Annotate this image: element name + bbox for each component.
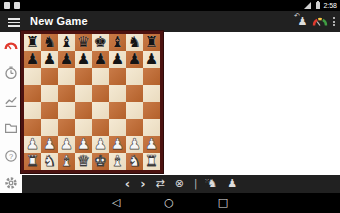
square-b3[interactable] [41, 119, 58, 136]
notification-icon [4, 2, 10, 9]
sidebar: ? [0, 32, 22, 193]
square-h4[interactable] [143, 102, 160, 119]
square-h2[interactable]: ♟ [143, 136, 160, 153]
square-e2[interactable]: ♟ [92, 136, 109, 153]
square-a8[interactable]: ♜ [24, 34, 41, 51]
black-k-piece: ♚ [94, 34, 107, 51]
battery-icon [316, 2, 320, 9]
white-b-piece: ♝ [111, 153, 124, 170]
next-move-icon[interactable]: › [140, 176, 145, 192]
black-r-piece: ♜ [145, 34, 158, 51]
black-n-piece: ♞ [43, 34, 56, 51]
square-b8[interactable]: ♞ [41, 34, 58, 51]
square-e4[interactable] [92, 102, 109, 119]
square-f2[interactable]: ♟ [109, 136, 126, 153]
square-h6[interactable] [143, 68, 160, 85]
square-e7[interactable]: ♟ [92, 51, 109, 68]
square-f5[interactable] [109, 85, 126, 102]
square-g1[interactable]: ♞ [126, 153, 143, 170]
white-p-piece: ♟ [145, 136, 158, 153]
square-h3[interactable] [143, 119, 160, 136]
square-b2[interactable]: ♟ [41, 136, 58, 153]
black-p-piece: ♟ [60, 51, 73, 68]
black-p-piece: ♟ [145, 51, 158, 68]
black-p-piece: ♟ [77, 51, 90, 68]
svg-text:?: ? [9, 151, 13, 160]
square-c5[interactable] [58, 85, 75, 102]
play-gauge-icon[interactable] [0, 32, 22, 60]
black-p-piece: ♟ [43, 51, 56, 68]
square-f7[interactable]: ♟ [109, 51, 126, 68]
white-p-piece: ♟ [43, 136, 56, 153]
square-e8[interactable]: ♚ [92, 34, 109, 51]
separator: | [194, 176, 197, 192]
square-d8[interactable]: ♛ [75, 34, 92, 51]
square-d1[interactable]: ♛ [75, 153, 92, 170]
square-d6[interactable] [75, 68, 92, 85]
engine-gauge-icon[interactable] [312, 14, 328, 29]
white-q-piece: ♛ [77, 153, 90, 170]
stats-icon[interactable] [0, 87, 22, 115]
square-b4[interactable] [41, 102, 58, 119]
white-p-piece: ♟ [77, 136, 90, 153]
square-e3[interactable] [92, 119, 109, 136]
square-f6[interactable] [109, 68, 126, 85]
black-b-piece: ♝ [111, 34, 124, 51]
square-h1[interactable]: ♜ [143, 153, 160, 170]
square-a1[interactable]: ♜ [24, 153, 41, 170]
square-f1[interactable]: ♝ [109, 153, 126, 170]
square-g2[interactable]: ♟ [126, 136, 143, 153]
white-n-piece: ♞ [128, 153, 141, 170]
square-g4[interactable] [126, 102, 143, 119]
page-title: New Game [30, 15, 88, 27]
square-a5[interactable] [24, 85, 41, 102]
black-b-piece: ♝ [60, 34, 73, 51]
square-c6[interactable] [58, 68, 75, 85]
square-g3[interactable] [126, 119, 143, 136]
square-a7[interactable]: ♟ [24, 51, 41, 68]
white-b-piece: ♝ [60, 153, 73, 170]
square-d3[interactable] [75, 119, 92, 136]
black-r-piece: ♜ [26, 34, 39, 51]
square-a4[interactable] [24, 102, 41, 119]
square-d4[interactable] [75, 102, 92, 119]
android-nav-bar: ◁○□ [0, 193, 340, 213]
editor-badge: ⁙ [204, 173, 209, 189]
square-f8[interactable]: ♝ [109, 34, 126, 51]
square-c1[interactable]: ♝ [58, 153, 75, 170]
menu-icon[interactable] [8, 18, 20, 29]
square-g7[interactable]: ♟ [126, 51, 143, 68]
stop-engine-icon[interactable]: ⊗ [175, 176, 184, 192]
signal-icon [304, 2, 311, 9]
square-h7[interactable]: ♟ [143, 51, 160, 68]
square-a6[interactable] [24, 68, 41, 85]
square-c4[interactable] [58, 102, 75, 119]
square-d5[interactable] [75, 85, 92, 102]
square-c3[interactable] [58, 119, 75, 136]
square-g8[interactable]: ♞ [126, 34, 143, 51]
square-d7[interactable]: ♟ [75, 51, 92, 68]
white-p-piece: ♟ [128, 136, 141, 153]
white-p-piece: ♟ [94, 136, 107, 153]
white-k-piece: ♚ [94, 153, 107, 170]
square-b1[interactable]: ♞ [41, 153, 58, 170]
status-time: 2:58 [323, 1, 337, 10]
previous-move-icon[interactable]: ‹ [125, 176, 130, 192]
square-b5[interactable] [41, 85, 58, 102]
white-p-piece: ♟ [26, 136, 39, 153]
black-p-piece: ♟ [111, 51, 124, 68]
app-window: 2:58 New Game ↶ ♟ [0, 0, 340, 213]
clock-icon[interactable] [0, 60, 22, 88]
status-bar: 2:58 [0, 0, 340, 11]
square-b7[interactable]: ♟ [41, 51, 58, 68]
square-a2[interactable]: ♟ [24, 136, 41, 153]
square-d2[interactable]: ♟ [75, 136, 92, 153]
white-r-piece: ♜ [26, 153, 39, 170]
recents-button[interactable]: □ [218, 194, 228, 212]
square-e6[interactable] [92, 68, 109, 85]
square-c2[interactable]: ♟ [58, 136, 75, 153]
black-p-piece: ♟ [26, 51, 39, 68]
switch-sides-icon[interactable]: ⇄ [156, 176, 165, 192]
undo-move-icon[interactable]: ↶ ♟ [296, 14, 309, 29]
black-q-piece: ♛ [77, 34, 90, 51]
move-toolbar: ‹›⇄⊗|♞⁙♟ [22, 175, 340, 193]
black-p-piece: ♟ [128, 51, 141, 68]
overflow-menu-icon[interactable] [331, 14, 337, 29]
square-a3[interactable] [24, 119, 41, 136]
white-r-piece: ♜ [145, 153, 158, 170]
square-g6[interactable] [126, 68, 143, 85]
square-c7[interactable]: ♟ [58, 51, 75, 68]
home-button[interactable]: ○ [164, 194, 174, 212]
square-b6[interactable] [41, 68, 58, 85]
back-button[interactable]: ◁ [112, 194, 120, 212]
square-h8[interactable]: ♜ [143, 34, 160, 51]
white-n-piece: ♞ [43, 153, 56, 170]
black-p-piece: ♟ [94, 51, 107, 68]
white-p-piece: ♟ [111, 136, 124, 153]
board-editor-icon[interactable]: ♞⁙ [207, 176, 217, 192]
square-g5[interactable] [126, 85, 143, 102]
pieces-icon[interactable]: ♟ [227, 176, 237, 192]
square-h5[interactable] [143, 85, 160, 102]
chess-board: ♜♞♝♛♚♝♞♜♟♟♟♟♟♟♟♟♟♟♟♟♟♟♟♟♜♞♝♛♚♝♞♜ [21, 31, 163, 173]
square-e5[interactable] [92, 85, 109, 102]
folder-icon[interactable] [0, 115, 22, 143]
square-e1[interactable]: ♚ [92, 153, 109, 170]
square-c8[interactable]: ♝ [58, 34, 75, 51]
app-bar: New Game ↶ ♟ [0, 11, 340, 32]
notification-icon [14, 2, 20, 9]
help-icon[interactable]: ? [0, 142, 22, 170]
black-n-piece: ♞ [128, 34, 141, 51]
square-f4[interactable] [109, 102, 126, 119]
square-f3[interactable] [109, 119, 126, 136]
white-p-piece: ♟ [60, 136, 73, 153]
